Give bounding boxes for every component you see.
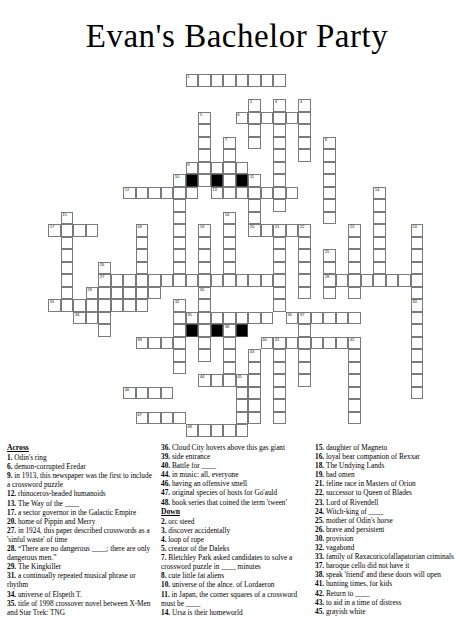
grid-cell[interactable] bbox=[286, 337, 299, 350]
grid-cell[interactable] bbox=[173, 349, 186, 362]
grid-gap bbox=[386, 74, 399, 87]
grid-cell[interactable]: 24 bbox=[411, 224, 424, 237]
grid-gap bbox=[61, 124, 74, 137]
grid-cell[interactable] bbox=[411, 362, 424, 375]
cell-number: 19 bbox=[200, 225, 205, 230]
grid-cell[interactable] bbox=[348, 349, 361, 362]
grid-cell[interactable] bbox=[411, 262, 424, 275]
grid-cell[interactable] bbox=[86, 299, 99, 312]
grid-cell[interactable] bbox=[348, 387, 361, 400]
grid-cell[interactable] bbox=[198, 249, 211, 262]
grid-cell[interactable]: 27 bbox=[98, 274, 111, 287]
grid-cell[interactable] bbox=[98, 299, 111, 312]
grid-cell[interactable] bbox=[198, 299, 211, 312]
grid-cell[interactable] bbox=[61, 237, 74, 250]
grid-cell[interactable] bbox=[273, 262, 286, 275]
grid-cell[interactable]: 10 bbox=[173, 174, 186, 187]
grid-cell[interactable] bbox=[173, 212, 186, 225]
grid-cell[interactable]: 29 bbox=[86, 287, 99, 300]
grid-cell[interactable] bbox=[273, 412, 286, 425]
grid-cell[interactable]: 12 bbox=[123, 187, 136, 200]
grid-cell[interactable] bbox=[298, 362, 311, 375]
grid-cell[interactable]: 2 bbox=[248, 99, 261, 112]
grid-cell[interactable] bbox=[236, 274, 249, 287]
cell-number: 30 bbox=[200, 288, 205, 293]
grid-cell[interactable] bbox=[273, 187, 286, 200]
grid-cell[interactable] bbox=[411, 312, 424, 325]
grid-gap bbox=[386, 187, 399, 200]
grid-cell[interactable] bbox=[323, 212, 336, 225]
grid-cell[interactable] bbox=[261, 224, 274, 237]
grid-cell[interactable] bbox=[198, 149, 211, 162]
grid-gap bbox=[173, 99, 186, 112]
grid-cell[interactable] bbox=[173, 362, 186, 375]
grid-cell[interactable] bbox=[211, 74, 224, 87]
grid-cell[interactable] bbox=[323, 262, 336, 275]
grid-cell[interactable] bbox=[273, 199, 286, 212]
grid-cell[interactable] bbox=[173, 187, 186, 200]
grid-cell[interactable] bbox=[148, 412, 161, 425]
grid-cell[interactable] bbox=[236, 387, 249, 400]
grid-cell[interactable] bbox=[323, 187, 336, 200]
grid-gap bbox=[373, 137, 386, 150]
grid-cell[interactable] bbox=[373, 212, 386, 225]
clue-item: 30. provision bbox=[315, 534, 469, 543]
grid-cell[interactable]: 11 bbox=[248, 174, 261, 187]
grid-cell[interactable] bbox=[261, 74, 274, 87]
grid-cell[interactable] bbox=[273, 399, 286, 412]
grid-cell[interactable] bbox=[348, 399, 361, 412]
grid-gap bbox=[86, 99, 99, 112]
grid-cell[interactable] bbox=[61, 287, 74, 300]
grid-cell[interactable] bbox=[286, 112, 299, 125]
grid-cell[interactable] bbox=[161, 337, 174, 350]
grid-cell[interactable]: 31 bbox=[48, 299, 61, 312]
grid-cell[interactable] bbox=[136, 387, 149, 400]
grid-cell[interactable] bbox=[311, 337, 324, 350]
grid-cell[interactable] bbox=[223, 174, 236, 187]
grid-cell[interactable] bbox=[298, 274, 311, 287]
grid-cell[interactable] bbox=[286, 187, 299, 200]
grid-cell[interactable] bbox=[248, 387, 261, 400]
grid-cell[interactable]: 46 bbox=[123, 387, 136, 400]
grid-gap bbox=[161, 312, 174, 325]
grid-cell[interactable] bbox=[123, 287, 136, 300]
grid-cell[interactable] bbox=[236, 399, 249, 412]
grid-cell[interactable]: 18 bbox=[136, 224, 149, 237]
grid-cell[interactable] bbox=[248, 74, 261, 87]
grid-cell[interactable] bbox=[111, 299, 124, 312]
grid-cell[interactable] bbox=[273, 387, 286, 400]
grid-cell[interactable] bbox=[223, 249, 236, 262]
grid-cell[interactable] bbox=[411, 237, 424, 250]
grid-cell[interactable] bbox=[248, 124, 261, 137]
grid-cell[interactable] bbox=[236, 312, 249, 325]
grid-cell[interactable] bbox=[198, 324, 211, 337]
grid-cell[interactable] bbox=[236, 162, 249, 175]
grid-cell[interactable] bbox=[298, 287, 311, 300]
grid-cell[interactable] bbox=[248, 112, 261, 125]
grid-cell[interactable] bbox=[98, 312, 111, 325]
grid-cell[interactable]: 7 bbox=[223, 137, 236, 150]
grid-cell[interactable]: 34 bbox=[73, 312, 86, 325]
grid-cell[interactable] bbox=[298, 137, 311, 150]
grid-cell[interactable] bbox=[223, 424, 236, 437]
grid-cell[interactable] bbox=[198, 337, 211, 350]
grid-gap bbox=[136, 149, 149, 162]
grid-cell[interactable]: 30 bbox=[198, 287, 211, 300]
grid-cell[interactable]: 19 bbox=[198, 224, 211, 237]
grid-cell[interactable] bbox=[273, 249, 286, 262]
grid-cell[interactable] bbox=[411, 387, 424, 400]
grid-cell[interactable] bbox=[348, 287, 361, 300]
grid-cell[interactable]: 48 bbox=[186, 424, 199, 437]
grid-gap bbox=[386, 262, 399, 275]
grid-cell[interactable] bbox=[136, 262, 149, 275]
grid-cell[interactable] bbox=[273, 237, 286, 250]
grid-cell[interactable] bbox=[148, 387, 161, 400]
grid-cell[interactable] bbox=[161, 412, 174, 425]
grid-cell[interactable]: 25 bbox=[323, 249, 336, 262]
grid-cell[interactable] bbox=[348, 412, 361, 425]
grid-cell[interactable]: 9 bbox=[186, 162, 199, 175]
grid-cell[interactable] bbox=[298, 249, 311, 262]
grid-cell[interactable] bbox=[61, 262, 74, 275]
grid-gap bbox=[48, 74, 61, 87]
grid-cell[interactable] bbox=[248, 274, 261, 287]
grid-cell[interactable] bbox=[61, 299, 74, 312]
grid-cell[interactable] bbox=[73, 224, 86, 237]
grid-cell[interactable] bbox=[261, 187, 274, 200]
grid-cell[interactable] bbox=[136, 237, 149, 250]
grid-cell[interactable] bbox=[186, 274, 199, 287]
grid-gap bbox=[411, 412, 424, 425]
grid-cell[interactable]: 16 bbox=[223, 212, 236, 225]
grid-cell[interactable] bbox=[273, 137, 286, 150]
grid-cell[interactable]: 47 bbox=[136, 412, 149, 425]
grid-gap bbox=[148, 312, 161, 325]
grid-cell[interactable] bbox=[261, 274, 274, 287]
grid-gap bbox=[398, 312, 411, 325]
grid-cell[interactable] bbox=[136, 187, 149, 200]
grid-cell[interactable]: 15 bbox=[61, 212, 74, 225]
grid-gap bbox=[361, 412, 374, 425]
grid-cell[interactable] bbox=[248, 374, 261, 387]
grid-cell[interactable] bbox=[198, 124, 211, 137]
grid-cell[interactable] bbox=[273, 74, 286, 87]
grid-cell[interactable]: 23 bbox=[348, 224, 361, 237]
grid-cell[interactable] bbox=[373, 237, 386, 250]
grid-cell[interactable]: 44 bbox=[198, 374, 211, 387]
grid-cell[interactable] bbox=[386, 274, 399, 287]
grid-cell[interactable] bbox=[248, 212, 261, 225]
grid-cell[interactable] bbox=[248, 137, 261, 150]
grid-cell[interactable] bbox=[273, 274, 286, 287]
grid-cell[interactable] bbox=[223, 74, 236, 87]
grid-cell[interactable] bbox=[273, 162, 286, 175]
grid-cell[interactable]: 43 bbox=[248, 349, 261, 362]
grid-cell[interactable] bbox=[273, 299, 286, 312]
grid-cell[interactable] bbox=[261, 312, 274, 325]
grid-cell[interactable] bbox=[273, 174, 286, 187]
grid-cell[interactable]: 21 bbox=[273, 224, 286, 237]
grid-cell[interactable] bbox=[398, 274, 411, 287]
grid-gap bbox=[248, 87, 261, 100]
grid-cell[interactable] bbox=[173, 412, 186, 425]
grid-cell[interactable] bbox=[323, 337, 336, 350]
grid-gap bbox=[73, 174, 86, 187]
grid-cell[interactable] bbox=[123, 299, 136, 312]
grid-gap bbox=[311, 112, 324, 125]
grid-cell[interactable] bbox=[411, 337, 424, 350]
grid-cell[interactable] bbox=[198, 162, 211, 175]
grid-cell[interactable] bbox=[211, 424, 224, 437]
grid-cell[interactable] bbox=[148, 187, 161, 200]
grid-cell[interactable] bbox=[411, 349, 424, 362]
grid-cell[interactable] bbox=[198, 74, 211, 87]
grid-cell[interactable] bbox=[248, 412, 261, 425]
grid-cell[interactable]: 33 bbox=[411, 299, 424, 312]
grid-cell[interactable] bbox=[248, 362, 261, 375]
grid-gap bbox=[161, 237, 174, 250]
grid-cell[interactable] bbox=[173, 237, 186, 250]
grid-cell[interactable] bbox=[211, 162, 224, 175]
grid-cell[interactable] bbox=[161, 387, 174, 400]
grid-cell[interactable] bbox=[111, 287, 124, 300]
grid-cell[interactable]: 28 bbox=[323, 274, 336, 287]
grid-cell[interactable] bbox=[373, 224, 386, 237]
grid-cell[interactable] bbox=[86, 312, 99, 325]
cell-number: 8 bbox=[325, 138, 327, 143]
grid-cell[interactable]: 13 bbox=[211, 187, 224, 200]
grid-cell[interactable] bbox=[198, 262, 211, 275]
grid-cell[interactable]: 22 bbox=[298, 224, 311, 237]
grid-cell[interactable] bbox=[161, 187, 174, 200]
grid-cell[interactable] bbox=[323, 162, 336, 175]
grid-cell[interactable] bbox=[223, 262, 236, 275]
grid-cell[interactable] bbox=[348, 237, 361, 250]
grid-cell[interactable]: 42 bbox=[348, 337, 361, 350]
grid-cell[interactable] bbox=[273, 287, 286, 300]
clue-number: 37. bbox=[315, 561, 326, 570]
grid-cell[interactable] bbox=[373, 262, 386, 275]
grid-cell[interactable] bbox=[173, 262, 186, 275]
grid-cell[interactable] bbox=[298, 237, 311, 250]
grid-cell[interactable] bbox=[373, 274, 386, 287]
grid-cell[interactable] bbox=[136, 299, 149, 312]
grid-cell[interactable] bbox=[298, 149, 311, 162]
grid-cell[interactable]: 40 bbox=[261, 337, 274, 350]
grid-cell[interactable] bbox=[261, 112, 274, 125]
grid-cell[interactable]: 1 bbox=[186, 74, 199, 87]
grid-gap bbox=[86, 87, 99, 100]
grid-cell[interactable]: 32 bbox=[173, 299, 186, 312]
grid-gap bbox=[336, 149, 349, 162]
grid-gap bbox=[161, 399, 174, 412]
grid-cell[interactable] bbox=[348, 262, 361, 275]
grid-cell[interactable] bbox=[223, 237, 236, 250]
grid-cell[interactable] bbox=[336, 312, 349, 325]
grid-cell[interactable] bbox=[411, 249, 424, 262]
grid-cell[interactable] bbox=[173, 249, 186, 262]
grid-cell[interactable]: 6 bbox=[236, 112, 249, 125]
grid-cell[interactable] bbox=[173, 199, 186, 212]
grid-cell[interactable] bbox=[236, 187, 249, 200]
grid-cell[interactable]: 35 bbox=[186, 312, 199, 325]
grid-cell[interactable] bbox=[236, 74, 249, 87]
grid-cell[interactable] bbox=[286, 224, 299, 237]
grid-cell[interactable] bbox=[111, 274, 124, 287]
clue-item: 25. mother of Odin's horse bbox=[315, 516, 469, 525]
grid-cell[interactable] bbox=[323, 149, 336, 162]
grid-cell[interactable]: 41 bbox=[273, 337, 286, 350]
grid-cell[interactable] bbox=[273, 374, 286, 387]
grid-cell[interactable] bbox=[373, 249, 386, 262]
grid-gap bbox=[73, 374, 86, 387]
grid-cell[interactable] bbox=[223, 312, 236, 325]
grid-cell[interactable]: 20 bbox=[248, 224, 261, 237]
grid-gap bbox=[311, 237, 324, 250]
grid-cell[interactable] bbox=[98, 287, 111, 300]
grid-cell[interactable] bbox=[236, 412, 249, 425]
grid-cell[interactable] bbox=[211, 312, 224, 325]
grid-cell[interactable] bbox=[73, 299, 86, 312]
grid-cell[interactable] bbox=[336, 337, 349, 350]
grid-cell[interactable]: 4 bbox=[298, 99, 311, 112]
grid-cell[interactable] bbox=[311, 312, 324, 325]
grid-cell[interactable] bbox=[323, 174, 336, 187]
grid-cell[interactable] bbox=[298, 349, 311, 362]
grid-cell[interactable]: 17 bbox=[48, 224, 61, 237]
grid-cell[interactable] bbox=[211, 374, 224, 387]
grid-cell[interactable] bbox=[198, 274, 211, 287]
grid-cell[interactable] bbox=[223, 349, 236, 362]
grid-cell[interactable] bbox=[248, 399, 261, 412]
grid-cell[interactable] bbox=[173, 224, 186, 237]
grid-cell[interactable] bbox=[373, 199, 386, 212]
grid-cell[interactable] bbox=[336, 274, 349, 287]
grid-cell[interactable] bbox=[198, 424, 211, 437]
grid-cell[interactable] bbox=[323, 199, 336, 212]
grid-cell[interactable] bbox=[173, 324, 186, 337]
grid-cell[interactable] bbox=[61, 224, 74, 237]
grid-gap bbox=[336, 224, 349, 237]
grid-cell[interactable] bbox=[173, 312, 186, 325]
grid-cell[interactable] bbox=[323, 287, 336, 300]
grid-cell[interactable]: 26 bbox=[98, 262, 111, 275]
grid-cell[interactable] bbox=[298, 374, 311, 387]
grid-cell[interactable] bbox=[223, 337, 236, 350]
grid-cell[interactable] bbox=[136, 287, 149, 300]
cell-number: 42 bbox=[350, 338, 355, 343]
grid-cell[interactable]: 14 bbox=[373, 187, 386, 200]
grid-cell[interactable] bbox=[223, 149, 236, 162]
grid-gap bbox=[373, 337, 386, 350]
grid-gap bbox=[186, 149, 199, 162]
grid-cell[interactable] bbox=[86, 224, 99, 237]
grid-cell[interactable] bbox=[348, 249, 361, 262]
grid-cell[interactable] bbox=[248, 199, 261, 212]
grid-cell[interactable] bbox=[198, 312, 211, 325]
grid-cell[interactable] bbox=[348, 312, 361, 325]
grid-cell[interactable] bbox=[411, 374, 424, 387]
grid-cell[interactable] bbox=[298, 262, 311, 275]
grid-cell[interactable] bbox=[148, 287, 161, 300]
grid-gap bbox=[111, 262, 124, 275]
grid-cell[interactable] bbox=[186, 187, 199, 200]
grid-cell[interactable] bbox=[223, 162, 236, 175]
grid-cell[interactable] bbox=[148, 274, 161, 287]
grid-cell[interactable] bbox=[211, 274, 224, 287]
grid-cell[interactable] bbox=[198, 137, 211, 150]
grid-cell[interactable] bbox=[298, 337, 311, 350]
grid-gap bbox=[361, 287, 374, 300]
grid-cell[interactable] bbox=[223, 224, 236, 237]
grid-cell[interactable] bbox=[223, 187, 236, 200]
grid-cell[interactable] bbox=[273, 124, 286, 137]
grid-gap bbox=[361, 162, 374, 175]
grid-cell[interactable] bbox=[161, 274, 174, 287]
grid-cell[interactable]: 36 bbox=[286, 312, 299, 325]
grid-cell[interactable] bbox=[136, 249, 149, 262]
grid-cell[interactable] bbox=[61, 274, 74, 287]
grid-cell[interactable] bbox=[298, 112, 311, 125]
grid-cell[interactable]: 3 bbox=[273, 99, 286, 112]
grid-cell[interactable] bbox=[298, 124, 311, 137]
grid-cell[interactable] bbox=[273, 349, 286, 362]
grid-cell[interactable] bbox=[223, 374, 236, 387]
grid-cell[interactable] bbox=[273, 362, 286, 375]
grid-gap bbox=[261, 149, 274, 162]
grid-cell[interactable] bbox=[236, 424, 249, 437]
grid-cell[interactable] bbox=[173, 274, 186, 287]
grid-cell[interactable] bbox=[198, 174, 211, 187]
grid-cell[interactable] bbox=[248, 312, 261, 325]
grid-cell[interactable] bbox=[411, 287, 424, 300]
grid-cell[interactable]: 37 bbox=[298, 312, 311, 325]
clue-number: 23. bbox=[315, 498, 326, 507]
grid-cell[interactable] bbox=[273, 149, 286, 162]
grid-gap bbox=[148, 374, 161, 387]
grid-cell[interactable] bbox=[223, 274, 236, 287]
grid-cell[interactable]: 45 bbox=[236, 374, 249, 387]
grid-cell[interactable]: 39 bbox=[136, 337, 149, 350]
grid-cell[interactable] bbox=[248, 187, 261, 200]
grid-cell[interactable] bbox=[198, 349, 211, 362]
grid-cell[interactable] bbox=[123, 274, 136, 287]
grid-cell[interactable] bbox=[173, 337, 186, 350]
grid-cell[interactable] bbox=[273, 112, 286, 125]
grid-cell[interactable]: 5 bbox=[198, 112, 211, 125]
grid-cell[interactable] bbox=[98, 324, 111, 337]
grid-cell[interactable] bbox=[323, 312, 336, 325]
grid-cell[interactable] bbox=[223, 362, 236, 375]
grid-cell[interactable] bbox=[411, 274, 424, 287]
grid-cell[interactable]: 38 bbox=[223, 324, 236, 337]
grid-cell[interactable] bbox=[136, 274, 149, 287]
grid-cell[interactable] bbox=[348, 274, 361, 287]
grid-cell[interactable] bbox=[361, 274, 374, 287]
grid-cell[interactable] bbox=[348, 374, 361, 387]
grid-cell[interactable] bbox=[298, 324, 311, 337]
grid-gap bbox=[348, 299, 361, 312]
grid-cell[interactable] bbox=[348, 362, 361, 375]
grid-cell[interactable] bbox=[148, 337, 161, 350]
grid-cell[interactable] bbox=[198, 237, 211, 250]
grid-cell[interactable]: 8 bbox=[323, 137, 336, 150]
grid-cell[interactable] bbox=[61, 249, 74, 262]
grid-cell[interactable] bbox=[411, 324, 424, 337]
